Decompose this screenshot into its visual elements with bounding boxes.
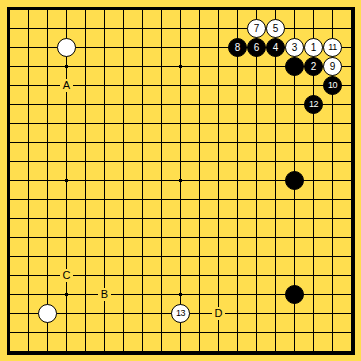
move-3-stone-white: 3 [285, 38, 304, 57]
stone-black-pd [285, 57, 304, 76]
star-point [179, 293, 182, 296]
move-6-stone-black: 6 [247, 38, 266, 57]
star-point [65, 179, 68, 182]
move-11-stone-white: 11 [323, 38, 342, 57]
move-4-stone-black: 4 [266, 38, 285, 57]
star-point [179, 65, 182, 68]
label-D: D [212, 307, 225, 320]
label-A: A [60, 79, 73, 92]
move-8-stone-black: 8 [228, 38, 247, 57]
stone-white-dc [57, 38, 76, 57]
stone-black-pj [285, 171, 304, 190]
label-B: B [98, 288, 111, 301]
move-12-stone-black: 12 [304, 95, 323, 114]
move-7-stone-white: 7 [247, 19, 266, 38]
star-point [65, 65, 68, 68]
stone-black-pp [285, 285, 304, 304]
move-10-stone-black: 10 [323, 76, 342, 95]
label-C: C [60, 269, 73, 282]
move-5-stone-white: 5 [266, 19, 285, 38]
stone-white-cq [38, 304, 57, 323]
move-2-stone-black: 2 [304, 57, 323, 76]
move-9-stone-white: 9 [323, 57, 342, 76]
move-13-stone-white: 13 [171, 304, 190, 323]
star-point [179, 179, 182, 182]
star-point [65, 293, 68, 296]
go-board[interactable]: 12345678910111213ABCD [0, 0, 361, 361]
move-1-stone-white: 1 [304, 38, 323, 57]
